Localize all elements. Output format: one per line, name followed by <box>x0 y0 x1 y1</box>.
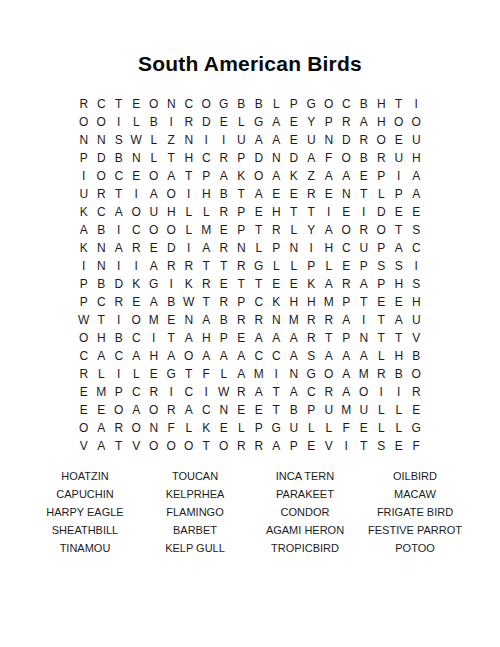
grid-cell[interactable]: P <box>233 221 251 239</box>
grid-cell[interactable]: F <box>163 419 181 437</box>
grid-cell[interactable]: I <box>373 383 391 401</box>
grid-cell[interactable]: L <box>128 113 146 131</box>
grid-cell[interactable]: H <box>320 239 338 257</box>
grid-cell[interactable]: L <box>268 95 286 113</box>
grid-cell[interactable]: U <box>355 401 373 419</box>
grid-cell[interactable]: C <box>75 347 93 365</box>
grid-cell[interactable]: L <box>268 257 286 275</box>
grid-cell[interactable]: T <box>355 437 373 455</box>
grid-cell[interactable]: A <box>390 311 408 329</box>
grid-cell[interactable]: O <box>145 167 163 185</box>
grid-cell[interactable]: E <box>163 311 181 329</box>
grid-cell[interactable]: F <box>198 365 216 383</box>
grid-cell[interactable]: O <box>128 419 146 437</box>
grid-cell[interactable]: N <box>320 131 338 149</box>
grid-cell[interactable]: L <box>285 257 303 275</box>
grid-cell[interactable]: N <box>268 149 286 167</box>
grid-cell[interactable]: C <box>338 239 356 257</box>
grid-cell[interactable]: A <box>180 401 198 419</box>
grid-cell[interactable]: A <box>285 347 303 365</box>
grid-cell[interactable]: E <box>128 167 146 185</box>
grid-cell[interactable]: O <box>128 311 146 329</box>
grid-cell[interactable]: E <box>268 275 286 293</box>
grid-cell[interactable]: U <box>145 203 163 221</box>
grid-cell[interactable]: A <box>268 437 286 455</box>
grid-cell[interactable]: K <box>233 167 251 185</box>
grid-cell[interactable]: C <box>408 239 426 257</box>
grid-cell[interactable]: A <box>320 347 338 365</box>
grid-cell[interactable]: N <box>268 311 286 329</box>
grid-cell[interactable]: E <box>93 401 111 419</box>
grid-cell[interactable]: B <box>233 95 251 113</box>
grid-cell[interactable]: E <box>390 293 408 311</box>
grid-cell[interactable]: O <box>110 401 128 419</box>
grid-cell[interactable]: I <box>355 203 373 221</box>
grid-cell[interactable]: R <box>303 311 321 329</box>
grid-cell[interactable]: I <box>128 185 146 203</box>
grid-cell[interactable]: A <box>338 311 356 329</box>
grid-cell[interactable]: I <box>110 221 128 239</box>
grid-cell[interactable]: E <box>233 329 251 347</box>
grid-cell[interactable]: P <box>233 203 251 221</box>
grid-cell[interactable]: I <box>390 383 408 401</box>
grid-cell[interactable]: R <box>355 221 373 239</box>
grid-cell[interactable]: A <box>268 131 286 149</box>
grid-cell[interactable]: C <box>110 167 128 185</box>
grid-cell[interactable]: P <box>233 149 251 167</box>
grid-cell[interactable]: U <box>320 401 338 419</box>
grid-cell[interactable]: I <box>75 167 93 185</box>
grid-cell[interactable]: F <box>408 437 426 455</box>
grid-cell[interactable]: A <box>320 167 338 185</box>
grid-cell[interactable]: B <box>355 149 373 167</box>
grid-cell[interactable]: E <box>250 203 268 221</box>
grid-cell[interactable]: L <box>373 185 391 203</box>
grid-cell[interactable]: O <box>163 221 181 239</box>
grid-cell[interactable]: L <box>285 221 303 239</box>
grid-cell[interactable]: N <box>355 329 373 347</box>
grid-cell[interactable]: A <box>355 275 373 293</box>
grid-cell[interactable]: H <box>180 149 198 167</box>
grid-cell[interactable]: R <box>355 131 373 149</box>
grid-cell[interactable]: I <box>128 257 146 275</box>
grid-cell[interactable]: E <box>215 275 233 293</box>
grid-cell[interactable]: A <box>338 365 356 383</box>
grid-cell[interactable]: E <box>338 203 356 221</box>
grid-cell[interactable]: E <box>215 221 233 239</box>
grid-cell[interactable]: H <box>93 329 111 347</box>
grid-cell[interactable]: E <box>355 419 373 437</box>
grid-cell[interactable]: R <box>268 221 286 239</box>
grid-cell[interactable]: C <box>93 203 111 221</box>
grid-cell[interactable]: I <box>75 257 93 275</box>
grid-cell[interactable]: A <box>285 329 303 347</box>
grid-cell[interactable]: R <box>233 311 251 329</box>
grid-cell[interactable]: M <box>355 365 373 383</box>
grid-cell[interactable]: E <box>128 293 146 311</box>
grid-cell[interactable]: O <box>163 437 181 455</box>
grid-cell[interactable]: C <box>128 383 146 401</box>
grid-cell[interactable]: P <box>373 239 391 257</box>
grid-cell[interactable]: P <box>320 113 338 131</box>
grid-cell[interactable]: T <box>198 257 216 275</box>
grid-cell[interactable]: R <box>198 275 216 293</box>
grid-cell[interactable]: K <box>303 275 321 293</box>
grid-cell[interactable]: B <box>355 95 373 113</box>
grid-cell[interactable]: I <box>268 365 286 383</box>
grid-cell[interactable]: H <box>285 293 303 311</box>
grid-cell[interactable]: O <box>215 437 233 455</box>
grid-cell[interactable]: O <box>373 221 391 239</box>
grid-cell[interactable]: N <box>285 239 303 257</box>
grid-cell[interactable]: M <box>338 401 356 419</box>
grid-cell[interactable]: U <box>408 311 426 329</box>
grid-cell[interactable]: S <box>110 131 128 149</box>
grid-cell[interactable]: W <box>128 131 146 149</box>
grid-cell[interactable]: A <box>163 167 181 185</box>
grid-cell[interactable]: C <box>128 329 146 347</box>
grid-cell[interactable]: G <box>303 95 321 113</box>
grid-cell[interactable]: P <box>285 437 303 455</box>
grid-cell[interactable]: P <box>390 185 408 203</box>
grid-cell[interactable]: H <box>390 347 408 365</box>
grid-cell[interactable]: R <box>303 329 321 347</box>
grid-cell[interactable]: C <box>180 383 198 401</box>
grid-cell[interactable]: B <box>215 185 233 203</box>
grid-cell[interactable]: A <box>215 167 233 185</box>
grid-cell[interactable]: I <box>163 275 181 293</box>
grid-cell[interactable]: O <box>93 113 111 131</box>
grid-cell[interactable]: D <box>198 113 216 131</box>
grid-cell[interactable]: K <box>128 275 146 293</box>
grid-cell[interactable]: A <box>110 203 128 221</box>
grid-cell[interactable]: R <box>338 275 356 293</box>
grid-cell[interactable]: I <box>390 167 408 185</box>
grid-cell[interactable]: I <box>110 365 128 383</box>
grid-cell[interactable]: R <box>93 185 111 203</box>
grid-cell[interactable]: L <box>373 347 391 365</box>
grid-cell[interactable]: M <box>93 383 111 401</box>
grid-cell[interactable]: A <box>355 113 373 131</box>
grid-cell[interactable]: C <box>268 347 286 365</box>
grid-cell[interactable]: G <box>303 365 321 383</box>
grid-cell[interactable]: T <box>268 401 286 419</box>
grid-cell[interactable]: H <box>303 293 321 311</box>
grid-cell[interactable]: K <box>268 293 286 311</box>
grid-cell[interactable]: O <box>93 167 111 185</box>
grid-cell[interactable]: H <box>163 203 181 221</box>
grid-cell[interactable]: O <box>145 401 163 419</box>
grid-cell[interactable]: L <box>145 149 163 167</box>
grid-cell[interactable]: E <box>390 203 408 221</box>
grid-cell[interactable]: L <box>233 113 251 131</box>
grid-cell[interactable]: O <box>408 365 426 383</box>
grid-cell[interactable]: I <box>180 239 198 257</box>
grid-cell[interactable]: E <box>268 185 286 203</box>
grid-cell[interactable]: N <box>163 95 181 113</box>
grid-cell[interactable]: I <box>320 203 338 221</box>
grid-cell[interactable]: L <box>93 365 111 383</box>
grid-cell[interactable]: P <box>285 95 303 113</box>
grid-cell[interactable]: L <box>180 419 198 437</box>
grid-cell[interactable]: N <box>180 311 198 329</box>
grid-cell[interactable]: D <box>110 275 128 293</box>
grid-cell[interactable]: R <box>250 437 268 455</box>
grid-cell[interactable]: A <box>408 185 426 203</box>
grid-cell[interactable]: R <box>373 149 391 167</box>
grid-cell[interactable]: L <box>373 419 391 437</box>
grid-cell[interactable]: R <box>233 383 251 401</box>
grid-cell[interactable]: G <box>163 365 181 383</box>
grid-cell[interactable]: C <box>250 293 268 311</box>
grid-cell[interactable]: S <box>390 257 408 275</box>
grid-cell[interactable]: L <box>390 419 408 437</box>
grid-cell[interactable]: L <box>303 419 321 437</box>
grid-cell[interactable]: T <box>355 185 373 203</box>
grid-cell[interactable]: A <box>250 329 268 347</box>
grid-cell[interactable]: O <box>198 95 216 113</box>
grid-cell[interactable]: H <box>198 329 216 347</box>
grid-cell[interactable]: R <box>320 383 338 401</box>
grid-cell[interactable]: L <box>320 257 338 275</box>
grid-cell[interactable]: L <box>250 239 268 257</box>
grid-cell[interactable]: G <box>250 257 268 275</box>
grid-cell[interactable]: A <box>268 167 286 185</box>
grid-cell[interactable]: E <box>285 131 303 149</box>
grid-cell[interactable]: I <box>145 329 163 347</box>
grid-cell[interactable]: P <box>338 329 356 347</box>
grid-cell[interactable]: H <box>145 347 163 365</box>
grid-cell[interactable]: A <box>390 239 408 257</box>
grid-cell[interactable]: G <box>145 275 163 293</box>
grid-cell[interactable]: C <box>93 95 111 113</box>
grid-cell[interactable]: A <box>233 365 251 383</box>
grid-cell[interactable]: T <box>180 365 198 383</box>
grid-cell[interactable]: L <box>180 203 198 221</box>
grid-cell[interactable]: T <box>163 329 181 347</box>
grid-cell[interactable]: Y <box>303 113 321 131</box>
grid-cell[interactable]: V <box>128 437 146 455</box>
grid-cell[interactable]: E <box>373 293 391 311</box>
grid-cell[interactable]: B <box>285 401 303 419</box>
grid-cell[interactable]: R <box>303 185 321 203</box>
grid-cell[interactable]: C <box>338 95 356 113</box>
grid-cell[interactable]: A <box>233 347 251 365</box>
grid-cell[interactable]: T <box>215 257 233 275</box>
grid-cell[interactable]: U <box>355 239 373 257</box>
grid-cell[interactable]: M <box>250 365 268 383</box>
grid-cell[interactable]: B <box>390 365 408 383</box>
grid-cell[interactable]: A <box>285 383 303 401</box>
grid-cell[interactable]: P <box>110 383 128 401</box>
grid-cell[interactable]: T <box>110 185 128 203</box>
grid-cell[interactable]: R <box>180 257 198 275</box>
grid-cell[interactable]: E <box>215 419 233 437</box>
grid-cell[interactable]: T <box>285 203 303 221</box>
grid-cell[interactable]: I <box>338 437 356 455</box>
grid-cell[interactable]: U <box>285 419 303 437</box>
grid-cell[interactable]: F <box>320 149 338 167</box>
grid-cell[interactable]: G <box>215 95 233 113</box>
grid-cell[interactable]: P <box>75 293 93 311</box>
grid-cell[interactable]: A <box>338 167 356 185</box>
grid-cell[interactable]: Y <box>303 221 321 239</box>
grid-cell[interactable]: E <box>303 437 321 455</box>
grid-cell[interactable]: N <box>215 401 233 419</box>
grid-cell[interactable]: A <box>408 167 426 185</box>
grid-cell[interactable]: C <box>198 401 216 419</box>
grid-cell[interactable]: I <box>110 311 128 329</box>
grid-cell[interactable]: A <box>338 347 356 365</box>
grid-cell[interactable]: R <box>215 239 233 257</box>
grid-cell[interactable]: N <box>75 131 93 149</box>
grid-cell[interactable]: O <box>338 149 356 167</box>
grid-cell[interactable]: R <box>110 419 128 437</box>
grid-cell[interactable]: O <box>145 95 163 113</box>
grid-cell[interactable]: C <box>180 95 198 113</box>
grid-cell[interactable]: O <box>145 221 163 239</box>
grid-cell[interactable]: R <box>145 383 163 401</box>
grid-cell[interactable]: T <box>355 293 373 311</box>
grid-cell[interactable]: G <box>268 419 286 437</box>
grid-cell[interactable]: A <box>355 347 373 365</box>
grid-cell[interactable]: A <box>145 293 163 311</box>
grid-cell[interactable]: E <box>338 257 356 275</box>
grid-cell[interactable]: A <box>338 383 356 401</box>
grid-cell[interactable]: K <box>198 419 216 437</box>
grid-cell[interactable]: K <box>285 167 303 185</box>
grid-cell[interactable]: E <box>320 185 338 203</box>
grid-cell[interactable]: T <box>110 437 128 455</box>
grid-cell[interactable]: R <box>110 293 128 311</box>
grid-cell[interactable]: P <box>215 329 233 347</box>
grid-cell[interactable]: A <box>320 221 338 239</box>
grid-cell[interactable]: R <box>408 383 426 401</box>
grid-cell[interactable]: A <box>268 113 286 131</box>
grid-cell[interactable]: R <box>180 113 198 131</box>
grid-cell[interactable]: N <box>233 239 251 257</box>
grid-cell[interactable]: O <box>180 437 198 455</box>
grid-cell[interactable]: C <box>250 347 268 365</box>
grid-cell[interactable]: V <box>408 329 426 347</box>
grid-cell[interactable]: P <box>338 293 356 311</box>
grid-cell[interactable]: E <box>408 203 426 221</box>
grid-cell[interactable]: R <box>373 365 391 383</box>
grid-cell[interactable]: U <box>75 185 93 203</box>
grid-cell[interactable]: H <box>268 203 286 221</box>
grid-cell[interactable]: E <box>355 167 373 185</box>
grid-cell[interactable]: H <box>198 185 216 203</box>
grid-cell[interactable]: E <box>75 401 93 419</box>
grid-cell[interactable]: O <box>250 167 268 185</box>
grid-cell[interactable]: N <box>145 419 163 437</box>
grid-cell[interactable]: R <box>215 293 233 311</box>
grid-cell[interactable]: O <box>145 437 163 455</box>
grid-cell[interactable]: B <box>250 95 268 113</box>
grid-cell[interactable]: N <box>93 131 111 149</box>
grid-cell[interactable]: I <box>303 239 321 257</box>
grid-cell[interactable]: P <box>355 257 373 275</box>
grid-cell[interactable]: A <box>268 329 286 347</box>
grid-cell[interactable]: K <box>180 275 198 293</box>
grid-cell[interactable]: D <box>373 203 391 221</box>
grid-cell[interactable]: A <box>198 347 216 365</box>
grid-cell[interactable]: N <box>93 257 111 275</box>
grid-cell[interactable]: Z <box>163 131 181 149</box>
grid-cell[interactable]: H <box>373 95 391 113</box>
grid-cell[interactable]: M <box>198 221 216 239</box>
grid-cell[interactable]: I <box>110 113 128 131</box>
grid-cell[interactable]: O <box>180 347 198 365</box>
grid-cell[interactable]: P <box>233 293 251 311</box>
grid-cell[interactable]: T <box>163 149 181 167</box>
grid-cell[interactable]: L <box>215 365 233 383</box>
grid-cell[interactable]: S <box>408 275 426 293</box>
grid-cell[interactable]: S <box>373 437 391 455</box>
grid-cell[interactable]: M <box>145 311 163 329</box>
grid-cell[interactable]: O <box>163 185 181 203</box>
grid-cell[interactable]: O <box>75 113 93 131</box>
grid-cell[interactable]: T <box>390 221 408 239</box>
grid-cell[interactable]: A <box>198 311 216 329</box>
grid-cell[interactable]: T <box>250 221 268 239</box>
grid-cell[interactable]: S <box>373 257 391 275</box>
grid-cell[interactable]: P <box>303 257 321 275</box>
grid-cell[interactable]: O <box>320 95 338 113</box>
grid-cell[interactable]: A <box>145 257 163 275</box>
grid-cell[interactable]: I <box>408 95 426 113</box>
grid-cell[interactable]: A <box>215 347 233 365</box>
grid-cell[interactable]: O <box>408 113 426 131</box>
grid-cell[interactable]: O <box>128 203 146 221</box>
grid-cell[interactable]: F <box>338 419 356 437</box>
grid-cell[interactable]: P <box>75 149 93 167</box>
grid-cell[interactable]: D <box>163 239 181 257</box>
grid-cell[interactable]: N <box>338 185 356 203</box>
grid-cell[interactable]: R <box>75 95 93 113</box>
grid-cell[interactable]: A <box>250 383 268 401</box>
grid-cell[interactable]: S <box>303 347 321 365</box>
grid-cell[interactable]: E <box>75 383 93 401</box>
grid-cell[interactable]: G <box>250 113 268 131</box>
grid-cell[interactable]: C <box>110 347 128 365</box>
grid-cell[interactable]: L <box>128 365 146 383</box>
grid-cell[interactable]: E <box>408 401 426 419</box>
grid-cell[interactable]: T <box>250 275 268 293</box>
grid-cell[interactable]: Z <box>303 167 321 185</box>
grid-cell[interactable]: T <box>233 275 251 293</box>
grid-cell[interactable]: P <box>250 419 268 437</box>
grid-cell[interactable]: L <box>198 203 216 221</box>
grid-cell[interactable]: A <box>250 131 268 149</box>
grid-cell[interactable]: T <box>320 329 338 347</box>
grid-cell[interactable]: T <box>233 185 251 203</box>
grid-cell[interactable]: R <box>233 257 251 275</box>
grid-cell[interactable]: E <box>215 113 233 131</box>
grid-cell[interactable]: A <box>145 185 163 203</box>
grid-cell[interactable]: W <box>75 311 93 329</box>
grid-cell[interactable]: A <box>320 275 338 293</box>
grid-cell[interactable]: C <box>303 383 321 401</box>
grid-cell[interactable]: L <box>390 401 408 419</box>
grid-cell[interactable]: B <box>163 293 181 311</box>
grid-cell[interactable]: V <box>320 437 338 455</box>
grid-cell[interactable]: P <box>75 275 93 293</box>
grid-cell[interactable]: E <box>233 401 251 419</box>
grid-cell[interactable]: R <box>128 239 146 257</box>
grid-cell[interactable]: B <box>93 221 111 239</box>
grid-cell[interactable]: N <box>93 239 111 257</box>
